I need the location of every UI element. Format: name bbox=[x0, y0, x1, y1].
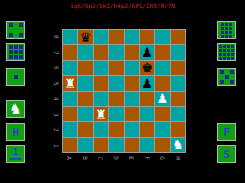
dots-dice5-icon-grid bbox=[220, 70, 234, 84]
dot bbox=[19, 33, 23, 37]
chess-app-screen: 1q6/5p2/5k2/R4p2/6P1/2R5/8/7N 87654321 ♛… bbox=[0, 0, 245, 183]
dot bbox=[225, 31, 228, 34]
dot bbox=[225, 35, 228, 38]
square-d2[interactable] bbox=[109, 122, 123, 136]
dot bbox=[9, 50, 13, 54]
dot bbox=[231, 53, 234, 56]
letter-h-icon-label: H bbox=[12, 127, 19, 138]
dot bbox=[231, 57, 234, 60]
dots-dice5-icon[interactable] bbox=[217, 68, 236, 86]
dot bbox=[229, 23, 232, 26]
dot bbox=[230, 80, 234, 84]
square-h8[interactable] bbox=[171, 30, 185, 44]
level-1-icon[interactable]: 1 bbox=[6, 145, 25, 163]
file-label-f: F bbox=[142, 150, 152, 166]
square-b2[interactable] bbox=[78, 122, 92, 136]
square-b4[interactable] bbox=[78, 92, 92, 106]
square-g2[interactable] bbox=[155, 122, 169, 136]
square-d7[interactable] bbox=[109, 45, 123, 59]
dot bbox=[221, 27, 224, 30]
square-h5[interactable] bbox=[171, 76, 185, 90]
square-f4[interactable] bbox=[140, 92, 154, 106]
dot bbox=[219, 45, 222, 48]
piece-white-pawn[interactable]: ♟ bbox=[157, 92, 169, 105]
square-a8[interactable] bbox=[63, 30, 77, 44]
dot bbox=[223, 49, 226, 52]
square-g3[interactable] bbox=[155, 107, 169, 121]
file-label-e: E bbox=[127, 150, 137, 166]
dot bbox=[9, 55, 13, 59]
square-d4[interactable] bbox=[109, 92, 123, 106]
knight-icon-glyph: ♞ bbox=[9, 102, 22, 116]
square-a6[interactable] bbox=[63, 61, 77, 75]
dots-4x4-icon-grid bbox=[219, 45, 234, 60]
dots-3x3-icon-grid bbox=[9, 45, 23, 59]
dot-gap bbox=[9, 28, 13, 32]
dot bbox=[19, 55, 23, 59]
dot-gap bbox=[220, 75, 224, 79]
piece-white-rook[interactable]: ♜ bbox=[95, 108, 107, 121]
dot bbox=[9, 23, 13, 27]
dot bbox=[229, 35, 232, 38]
dot bbox=[230, 70, 234, 74]
dot bbox=[219, 53, 222, 56]
square-c5[interactable] bbox=[94, 76, 108, 90]
dot bbox=[225, 75, 229, 79]
piece-black-king[interactable]: ♚ bbox=[141, 61, 153, 74]
square-f8[interactable] bbox=[140, 30, 154, 44]
dot bbox=[220, 70, 224, 74]
square-a7[interactable] bbox=[63, 45, 77, 59]
square-e2[interactable] bbox=[125, 122, 139, 136]
square-c3[interactable]: ♜ bbox=[94, 107, 108, 121]
dot bbox=[19, 45, 23, 49]
square-g7[interactable] bbox=[155, 45, 169, 59]
square-e7[interactable] bbox=[125, 45, 139, 59]
square-h2[interactable] bbox=[171, 122, 185, 136]
chess-board[interactable]: ♛♟♚♜♟♟♜♞ bbox=[62, 29, 186, 153]
dots-3x4-icon-grid bbox=[221, 23, 232, 38]
dot bbox=[19, 23, 23, 27]
square-e6[interactable] bbox=[125, 61, 139, 75]
piece-white-rook[interactable]: ♜ bbox=[64, 77, 76, 90]
dot bbox=[225, 23, 228, 26]
square-g8[interactable] bbox=[155, 30, 169, 44]
dot bbox=[227, 57, 230, 60]
square-c2[interactable] bbox=[94, 122, 108, 136]
dots-2x2-icon[interactable] bbox=[6, 21, 25, 39]
square-c4[interactable] bbox=[94, 92, 108, 106]
square-f6[interactable]: ♚ bbox=[140, 61, 154, 75]
dots-3x3-icon[interactable] bbox=[6, 43, 25, 61]
piece-black-queen[interactable]: ♛ bbox=[80, 31, 92, 44]
dot-gap bbox=[19, 28, 23, 32]
square-b5[interactable] bbox=[78, 76, 92, 90]
square-g6[interactable] bbox=[155, 61, 169, 75]
square-b8[interactable]: ♛ bbox=[78, 30, 92, 44]
square-a4[interactable] bbox=[63, 92, 77, 106]
file-label-b: B bbox=[80, 150, 90, 166]
square-h7[interactable] bbox=[171, 45, 185, 59]
dot bbox=[221, 35, 224, 38]
square-e8[interactable] bbox=[125, 30, 139, 44]
square-b7[interactable] bbox=[78, 45, 92, 59]
file-label-a: A bbox=[65, 150, 75, 166]
square-h4[interactable] bbox=[171, 92, 185, 106]
dot-single-icon-grid bbox=[14, 75, 18, 79]
dot bbox=[231, 45, 234, 48]
dot-gap bbox=[230, 75, 234, 79]
letter-f-icon[interactable]: F bbox=[217, 123, 236, 141]
rank-labels: 87654321 bbox=[52, 29, 61, 153]
dot bbox=[223, 57, 226, 60]
dot-gap bbox=[14, 33, 18, 37]
level-1-icon-digit: 1 bbox=[13, 148, 18, 157]
dot bbox=[221, 31, 224, 34]
dot bbox=[231, 49, 234, 52]
dots-4x4-icon[interactable] bbox=[217, 43, 236, 61]
square-a3[interactable] bbox=[63, 107, 77, 121]
file-label-g: G bbox=[158, 150, 168, 166]
dot-gap bbox=[225, 80, 229, 84]
square-e5[interactable] bbox=[125, 76, 139, 90]
dot bbox=[229, 27, 232, 30]
dot bbox=[223, 53, 226, 56]
square-e4[interactable] bbox=[125, 92, 139, 106]
letter-h-icon[interactable]: H bbox=[6, 123, 25, 141]
level-1-icon-label: 1 bbox=[10, 148, 21, 160]
square-g4[interactable]: ♟ bbox=[155, 92, 169, 106]
dot bbox=[9, 33, 13, 37]
file-label-c: C bbox=[96, 150, 106, 166]
dot bbox=[227, 49, 230, 52]
file-label-d: D bbox=[111, 150, 121, 166]
dots-3x4-icon[interactable] bbox=[217, 21, 236, 39]
square-c8[interactable] bbox=[94, 30, 108, 44]
dots-2x2-icon-grid bbox=[9, 23, 23, 37]
dot bbox=[227, 53, 230, 56]
file-label-h: H bbox=[173, 150, 183, 166]
square-b6[interactable] bbox=[78, 61, 92, 75]
dot bbox=[225, 27, 228, 30]
dot bbox=[223, 45, 226, 48]
letter-s-icon-label: S bbox=[223, 149, 230, 160]
dot bbox=[19, 50, 23, 54]
fen-text: 1q6/5p2/5k2/R4p2/6P1/2R5/8/7N bbox=[0, 2, 245, 9]
dot bbox=[221, 23, 224, 26]
square-e3[interactable] bbox=[125, 107, 139, 121]
letter-f-icon-label: F bbox=[223, 127, 230, 138]
letter-s-icon[interactable]: S bbox=[217, 145, 236, 163]
piece-black-pawn[interactable]: ♟ bbox=[141, 46, 153, 59]
dot-gap bbox=[225, 70, 229, 74]
square-f5[interactable]: ♟ bbox=[140, 76, 154, 90]
dot bbox=[14, 50, 18, 54]
square-d3[interactable] bbox=[109, 107, 123, 121]
dot-gap bbox=[14, 23, 18, 27]
square-c6[interactable] bbox=[94, 61, 108, 75]
knight-icon[interactable]: ♞ bbox=[6, 100, 25, 118]
dot bbox=[229, 31, 232, 34]
square-a2[interactable] bbox=[63, 122, 77, 136]
dot bbox=[9, 45, 13, 49]
file-labels: ABCDEFGH bbox=[62, 153, 186, 163]
dot bbox=[14, 75, 18, 79]
square-f2[interactable] bbox=[140, 122, 154, 136]
square-g5[interactable] bbox=[155, 76, 169, 90]
dot bbox=[14, 55, 18, 59]
square-f3[interactable] bbox=[140, 107, 154, 121]
dot-gap bbox=[14, 28, 18, 32]
piece-black-pawn[interactable]: ♟ bbox=[141, 77, 153, 90]
level-1-icon-underline bbox=[10, 158, 21, 160]
square-d5[interactable] bbox=[109, 76, 123, 90]
square-h6[interactable] bbox=[171, 61, 185, 75]
dot bbox=[220, 80, 224, 84]
square-h3[interactable] bbox=[171, 107, 185, 121]
dot-single-icon[interactable] bbox=[6, 68, 25, 86]
dot bbox=[219, 49, 222, 52]
square-b3[interactable] bbox=[78, 107, 92, 121]
dot bbox=[227, 45, 230, 48]
square-a5[interactable]: ♜ bbox=[63, 76, 77, 90]
dot bbox=[14, 45, 18, 49]
square-d6[interactable] bbox=[109, 61, 123, 75]
dot bbox=[219, 57, 222, 60]
square-d8[interactable] bbox=[109, 30, 123, 44]
square-c7[interactable] bbox=[94, 45, 108, 59]
square-f7[interactable]: ♟ bbox=[140, 45, 154, 59]
